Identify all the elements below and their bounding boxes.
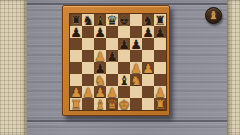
square-f6[interactable]: ♟: [130, 38, 142, 50]
square-c6[interactable]: [94, 38, 106, 50]
square-e6[interactable]: ♟: [118, 38, 130, 50]
square-c2[interactable]: ♟: [94, 86, 106, 98]
square-g6[interactable]: [142, 38, 154, 50]
square-b6[interactable]: [82, 38, 94, 50]
square-e1[interactable]: ♚: [118, 98, 130, 110]
square-f5[interactable]: [130, 50, 142, 62]
left-mat: [0, 0, 27, 135]
captured-white-bishop-icon: ♝: [206, 9, 221, 23]
square-h2[interactable]: ♟: [154, 86, 166, 98]
square-e2[interactable]: [118, 86, 130, 98]
square-b4[interactable]: [82, 62, 94, 74]
square-e7[interactable]: [118, 26, 130, 38]
table-plank-seam-bottom: [0, 120, 240, 122]
square-d5[interactable]: ♟: [106, 50, 118, 62]
square-e8[interactable]: ♚: [118, 14, 130, 26]
square-d2[interactable]: ♟: [106, 86, 118, 98]
square-c5[interactable]: ♟: [94, 50, 106, 62]
square-a5[interactable]: [70, 50, 82, 62]
square-c4[interactable]: ♟: [94, 62, 106, 74]
square-c8[interactable]: ♝: [94, 14, 106, 26]
square-b3[interactable]: [82, 74, 94, 86]
square-b1[interactable]: [82, 98, 94, 110]
square-d1[interactable]: ♛: [106, 98, 118, 110]
piece-white-bishop-c1[interactable]: ♝: [94, 98, 106, 111]
square-a7[interactable]: ♟: [70, 26, 82, 38]
square-f8[interactable]: [130, 14, 142, 26]
square-d3[interactable]: [106, 74, 118, 86]
square-b5[interactable]: [82, 50, 94, 62]
chess-board[interactable]: ♜♞♝♛♚♞♜♟♟♟♟♟♟♟♟♟♟♟♞♝♞♟♟♟♟♟♜♝♛♚♜: [69, 13, 167, 111]
captured-piece-tray: ♝: [205, 7, 222, 24]
square-a1[interactable]: ♜: [70, 98, 82, 110]
square-c3[interactable]: ♞: [94, 74, 106, 86]
square-f3[interactable]: ♞: [130, 74, 142, 86]
square-a6[interactable]: [70, 38, 82, 50]
square-g2[interactable]: [142, 86, 154, 98]
square-d6[interactable]: [106, 38, 118, 50]
square-a8[interactable]: ♜: [70, 14, 82, 26]
square-e3[interactable]: ♝: [118, 74, 130, 86]
square-e4[interactable]: [118, 62, 130, 74]
square-h5[interactable]: [154, 50, 166, 62]
right-mat: [227, 0, 240, 135]
square-a3[interactable]: [70, 74, 82, 86]
piece-white-queen-d1[interactable]: ♛: [106, 98, 118, 111]
square-g5[interactable]: [142, 50, 154, 62]
square-f7[interactable]: [130, 26, 142, 38]
square-g3[interactable]: [142, 74, 154, 86]
square-c7[interactable]: ♟: [94, 26, 106, 38]
square-h1[interactable]: ♜: [154, 98, 166, 110]
square-h6[interactable]: [154, 38, 166, 50]
square-g7[interactable]: ♟: [142, 26, 154, 38]
square-e5[interactable]: [118, 50, 130, 62]
square-b2[interactable]: ♟: [82, 86, 94, 98]
square-f4[interactable]: ♟: [130, 62, 142, 74]
square-d4[interactable]: [106, 62, 118, 74]
square-a2[interactable]: ♟: [70, 86, 82, 98]
chess-board-frame: ♜♞♝♛♚♞♜♟♟♟♟♟♟♟♟♟♟♟♞♝♞♟♟♟♟♟♜♝♛♚♜: [62, 5, 170, 116]
square-h3[interactable]: [154, 74, 166, 86]
square-g8[interactable]: ♞: [142, 14, 154, 26]
square-h7[interactable]: ♟: [154, 26, 166, 38]
square-f1[interactable]: [130, 98, 142, 110]
chess-app-screen: { "game": "chess", "position": { "fen": …: [0, 0, 240, 135]
piece-white-rook-a1[interactable]: ♜: [70, 98, 82, 111]
square-h8[interactable]: ♜: [154, 14, 166, 26]
square-f2[interactable]: [130, 86, 142, 98]
piece-white-king-e1[interactable]: ♚: [118, 98, 130, 111]
square-g1[interactable]: [142, 98, 154, 110]
square-d7[interactable]: [106, 26, 118, 38]
square-b7[interactable]: [82, 26, 94, 38]
square-d8[interactable]: ♛: [106, 14, 118, 26]
piece-white-rook-h1[interactable]: ♜: [154, 98, 166, 111]
square-c1[interactable]: ♝: [94, 98, 106, 110]
square-h4[interactable]: [154, 62, 166, 74]
square-a4[interactable]: [70, 62, 82, 74]
square-b8[interactable]: ♞: [82, 14, 94, 26]
square-g4[interactable]: ♟: [142, 62, 154, 74]
